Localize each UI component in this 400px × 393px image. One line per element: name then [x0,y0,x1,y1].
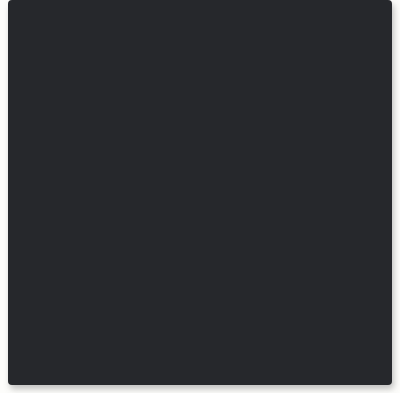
file-labels-bottom [44,347,358,385]
rank-labels-right [358,33,392,347]
rank-labels-left [8,33,44,347]
file-labels-top [44,0,358,33]
chessboard [8,0,392,385]
board-squares [44,33,358,347]
